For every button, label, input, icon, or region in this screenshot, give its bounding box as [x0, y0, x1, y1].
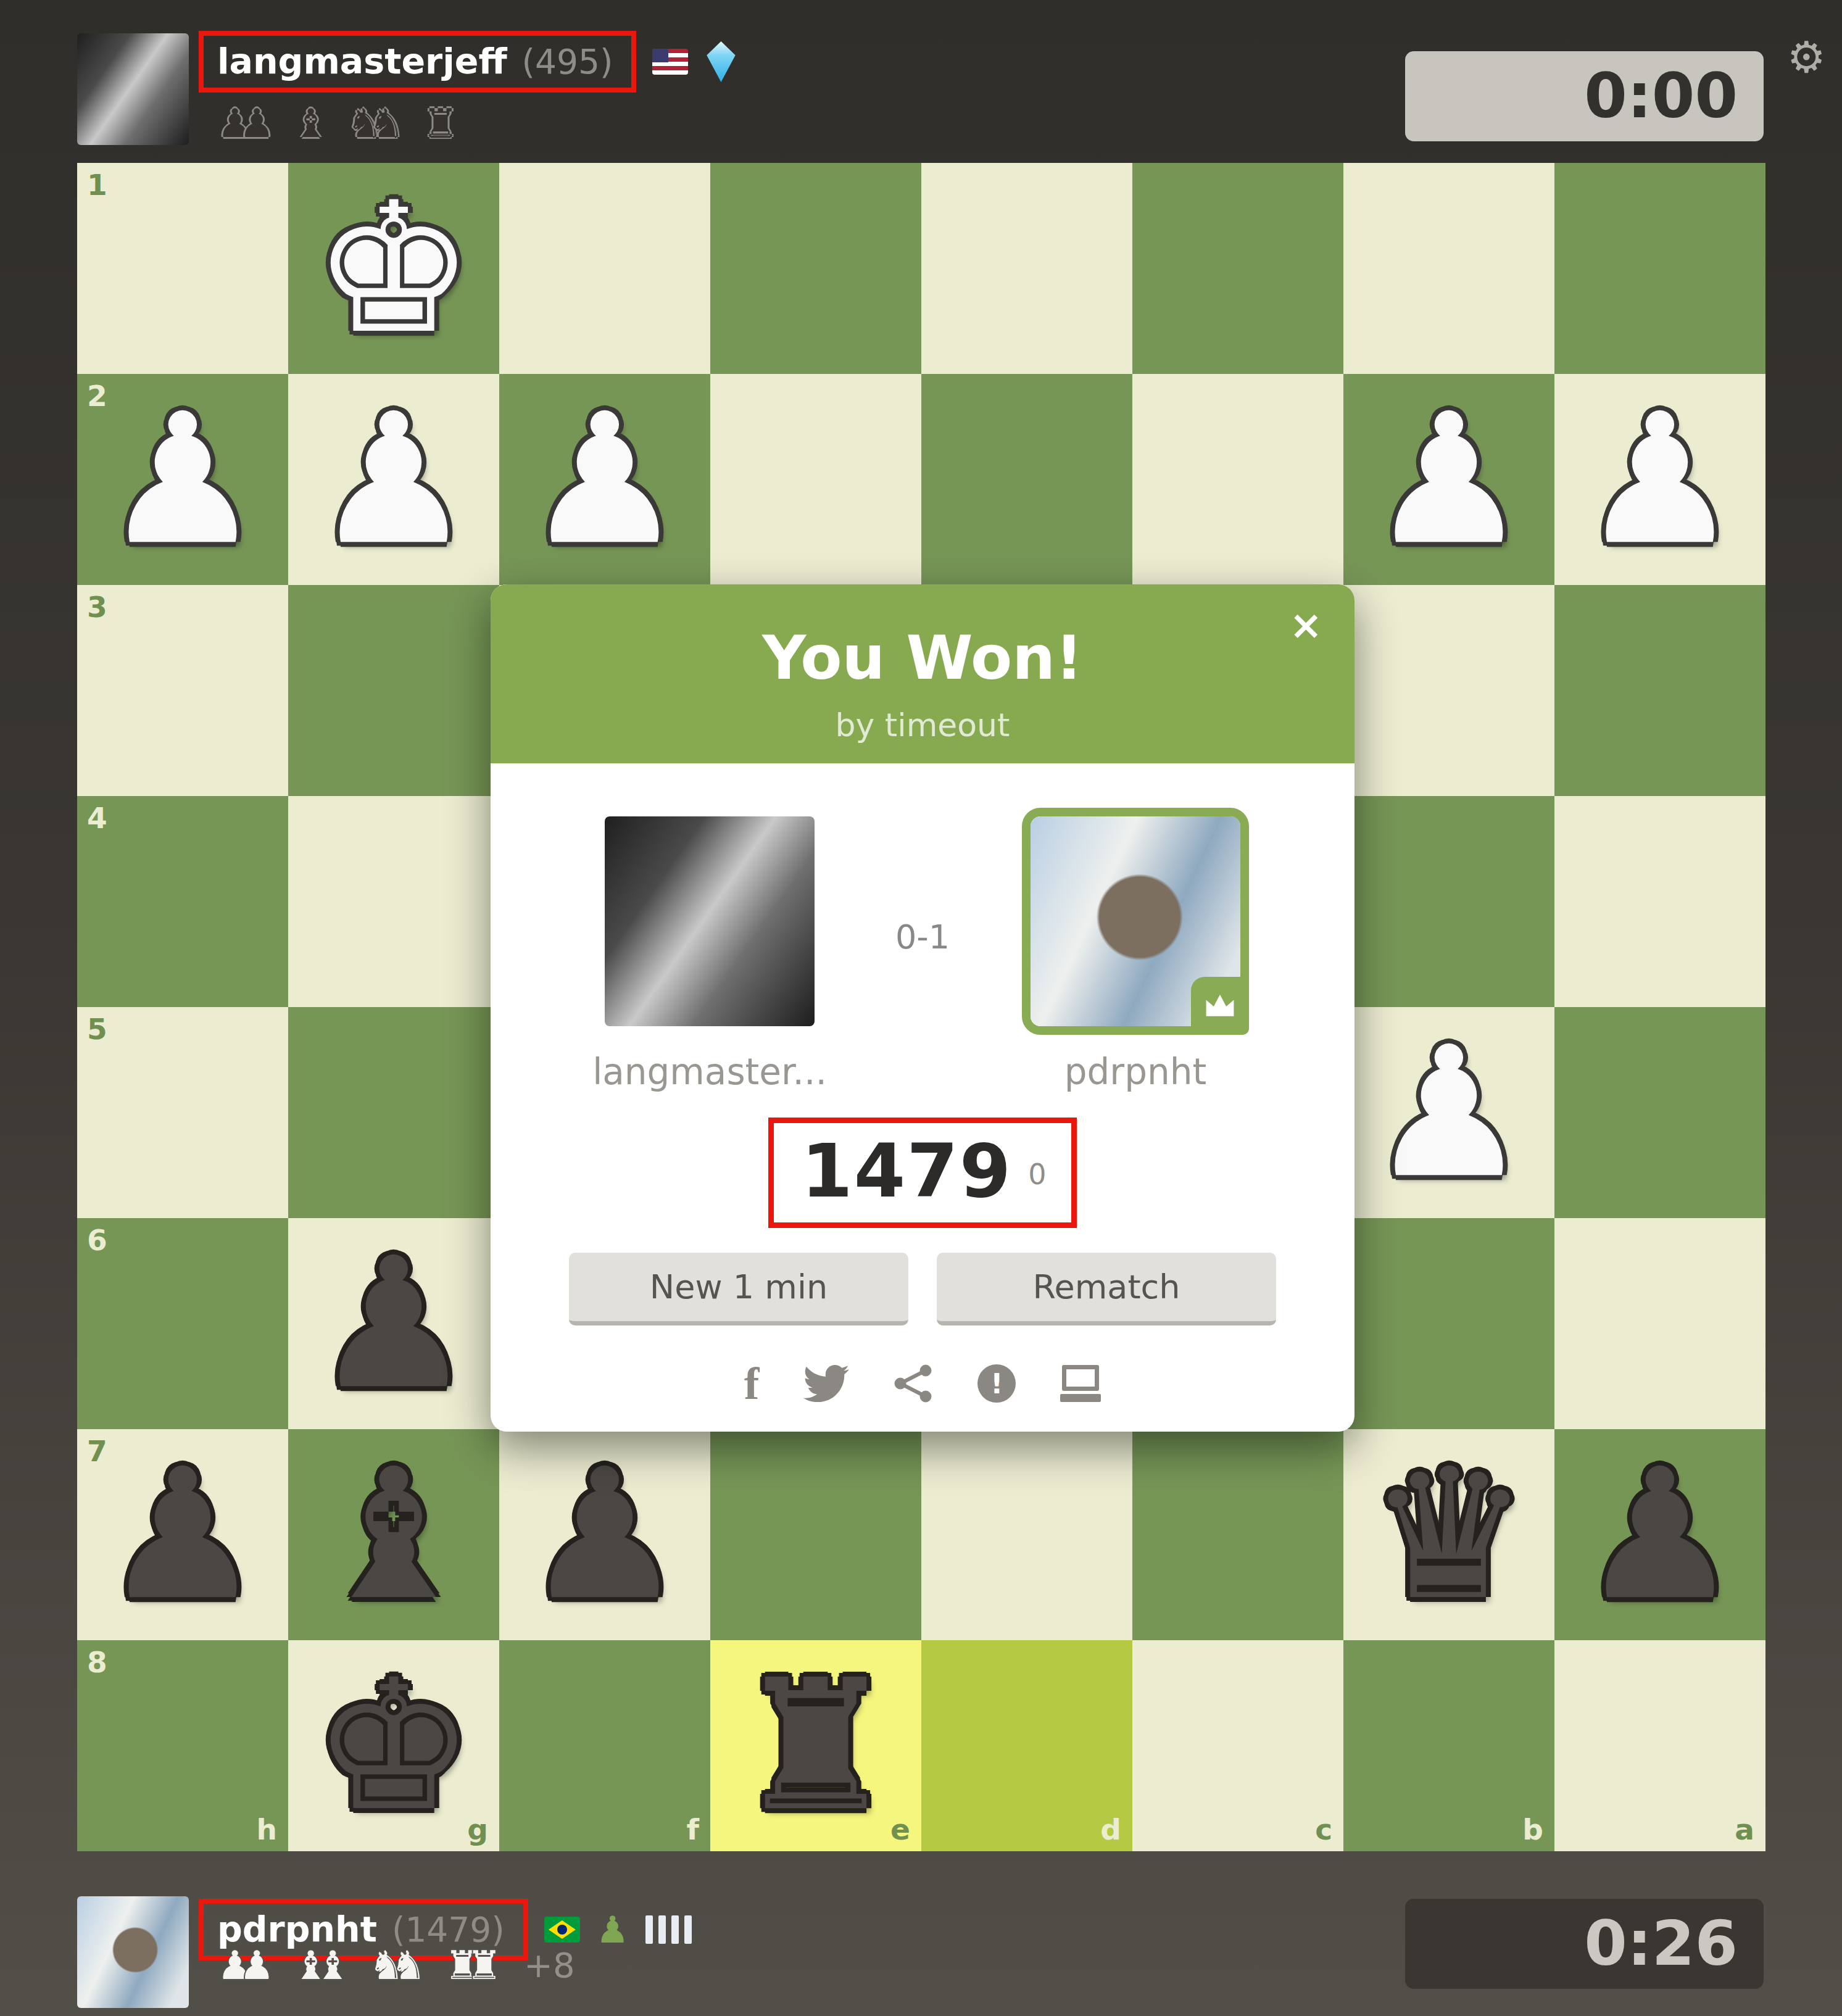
new-1-min-button[interactable]: New 1 min	[569, 1253, 908, 1325]
share-icon[interactable]	[894, 1364, 933, 1403]
match-row: langmaster... 0-1 pdrpnht	[491, 808, 1355, 1093]
dialog-avatar-langmasterjeff[interactable]	[605, 816, 815, 1026]
captured-group: ♝	[293, 104, 328, 143]
captured-group: ♞♞	[347, 104, 404, 143]
captured-piece-icon: ♜	[467, 1946, 502, 1985]
square-b3[interactable]	[1343, 585, 1554, 796]
material-advantage: +8	[524, 1945, 575, 1985]
top-player-clock: 0:00	[1405, 51, 1764, 141]
rank-label-3: 3	[87, 592, 107, 621]
top-player-avatar[interactable]	[77, 33, 189, 145]
rank-label-6: 6	[87, 1226, 107, 1255]
square-a3[interactable]	[1554, 585, 1765, 796]
square-b4[interactable]	[1343, 796, 1554, 1007]
square-g5[interactable]	[288, 1007, 499, 1218]
square-g1[interactable]: ♚	[288, 163, 499, 374]
square-g3[interactable]	[288, 585, 499, 796]
dialog-right-player-name[interactable]: pdrpnht	[1064, 1051, 1207, 1093]
connection-bars-icon	[645, 1915, 692, 1944]
white-king-g1[interactable]: ♚	[288, 163, 499, 374]
captured-piece-icon: ♟	[239, 1946, 274, 1985]
rank-label-8: 8	[87, 1648, 107, 1677]
white-pawn-g2[interactable]: ♟	[288, 374, 499, 585]
square-f8[interactable]: f	[499, 1640, 710, 1851]
captured-piece-icon: ♞	[369, 104, 404, 143]
square-e7[interactable]	[710, 1429, 921, 1640]
file-label-c: c	[1315, 1815, 1332, 1844]
square-a5[interactable]	[1554, 1007, 1765, 1218]
bottom-player-captured-pieces: ♟♟♝♝♞♞♜♜+8	[217, 1945, 575, 1985]
game-over-dialog: You Won! by timeout × langmaster... 0-1 …	[491, 584, 1355, 1432]
square-b1[interactable]	[1343, 163, 1554, 374]
square-b8[interactable]: b	[1343, 1640, 1554, 1851]
green-pawn-membership-icon: ♟	[596, 1911, 629, 1948]
white-pawn-b2[interactable]: ♟	[1343, 374, 1554, 585]
dialog-left-player-name[interactable]: langmaster...	[592, 1051, 827, 1093]
rank-label-1: 1	[87, 170, 107, 199]
square-h4[interactable]: 4	[77, 796, 288, 1007]
dialog-buttons: New 1 min Rematch	[491, 1253, 1355, 1325]
file-label-f: f	[687, 1815, 699, 1844]
square-c8[interactable]: c	[1132, 1640, 1343, 1851]
square-d1[interactable]	[921, 163, 1132, 374]
square-e1[interactable]	[710, 163, 921, 374]
captured-piece-icon: ♝	[293, 104, 328, 143]
captured-group: ♜	[423, 104, 458, 143]
white-pawn-a2[interactable]: ♟	[1554, 374, 1765, 585]
new-rating-value: 1479	[801, 1128, 1012, 1214]
square-a4[interactable]	[1554, 796, 1765, 1007]
social-row: f !	[491, 1364, 1355, 1403]
twitter-icon[interactable]	[803, 1365, 849, 1402]
square-g4[interactable]	[288, 796, 499, 1007]
file-label-h: h	[257, 1815, 277, 1844]
square-g7[interactable]: ♝	[288, 1429, 499, 1640]
square-b6[interactable]	[1343, 1218, 1554, 1429]
square-c7[interactable]	[1132, 1429, 1343, 1640]
brazil-flag-icon	[544, 1917, 580, 1943]
annotation-box-rating: 1479 0	[768, 1118, 1076, 1228]
square-h3[interactable]: 3	[77, 585, 288, 796]
captured-piece-icon: ♝	[315, 1946, 350, 1985]
black-pawn-g6[interactable]: ♟	[288, 1218, 499, 1429]
square-g6[interactable]: ♟	[288, 1218, 499, 1429]
square-e2[interactable]	[710, 374, 921, 585]
rating-delta: 0	[1028, 1158, 1046, 1191]
annotation-box-top-player: langmasterjeff (495)	[199, 31, 636, 93]
square-h7[interactable]: 7♟	[77, 1429, 288, 1640]
square-f2[interactable]: ♟	[499, 374, 710, 585]
square-h5[interactable]: 5	[77, 1007, 288, 1218]
gear-icon[interactable]: ⚙	[1787, 36, 1826, 79]
dialog-avatar-winner-frame	[1022, 808, 1249, 1035]
match-score: 0-1	[855, 918, 990, 956]
top-player-name-row: langmasterjeff (495)	[199, 31, 737, 93]
square-b5[interactable]: ♟	[1343, 1007, 1554, 1218]
bottom-player-clock: 0:26	[1405, 1899, 1764, 1989]
rating-row: 1479 0	[491, 1118, 1355, 1228]
winner-crown-badge	[1191, 977, 1249, 1035]
file-label-a: a	[1735, 1815, 1754, 1844]
square-f1[interactable]	[499, 163, 710, 374]
square-g2[interactable]: ♟	[288, 374, 499, 585]
white-pawn-b5[interactable]: ♟	[1343, 1007, 1554, 1218]
top-player-captured-pieces: ♟♟♝♞♞♜	[217, 104, 458, 143]
rank-label-5: 5	[87, 1014, 107, 1043]
square-h6[interactable]: 6	[77, 1218, 288, 1429]
square-d2[interactable]	[921, 374, 1132, 585]
dialog-subtitle: by timeout	[491, 707, 1355, 744]
crown-icon	[1203, 991, 1237, 1021]
square-h8[interactable]: 8h	[77, 1640, 288, 1851]
captured-group: ♝♝	[293, 1946, 351, 1985]
file-label-b: b	[1522, 1815, 1543, 1844]
captured-group: ♟♟	[217, 104, 275, 143]
captured-group: ♞♞	[369, 1946, 426, 1985]
black-queen-b7[interactable]: ♛	[1343, 1429, 1554, 1640]
dialog-header: You Won! by timeout ×	[491, 584, 1355, 763]
rematch-button[interactable]: Rematch	[937, 1253, 1276, 1325]
captured-piece-icon: ♞	[391, 1946, 426, 1985]
square-g8[interactable]: g♚	[288, 1640, 499, 1851]
square-d7[interactable]	[921, 1429, 1132, 1640]
computer-icon[interactable]	[1060, 1365, 1101, 1402]
captured-piece-icon: ♟	[239, 104, 274, 143]
square-a6[interactable]	[1554, 1218, 1765, 1429]
top-player-name[interactable]: langmasterjeff	[217, 41, 507, 81]
square-b7[interactable]: ♛	[1343, 1429, 1554, 1640]
black-bishop-g7[interactable]: ♝	[288, 1429, 499, 1640]
captured-piece-icon: ♜	[423, 104, 458, 143]
captured-group: ♟♟	[217, 1946, 275, 1985]
square-e8[interactable]: e♜	[710, 1640, 921, 1851]
square-b2[interactable]: ♟	[1343, 374, 1554, 585]
black-pawn-a7[interactable]: ♟	[1554, 1429, 1765, 1640]
facebook-icon[interactable]: f	[744, 1364, 760, 1403]
square-a7[interactable]: ♟	[1554, 1429, 1765, 1640]
top-player-rating: (495)	[522, 42, 613, 81]
rank-label-4: 4	[87, 803, 107, 832]
square-h1[interactable]: 1	[77, 163, 288, 374]
square-f7[interactable]: ♟	[499, 1429, 710, 1640]
report-icon[interactable]: !	[977, 1364, 1016, 1403]
white-pawn-f2[interactable]: ♟	[499, 374, 710, 585]
dialog-title: You Won!	[491, 584, 1355, 693]
square-c2[interactable]	[1132, 374, 1343, 585]
square-d8[interactable]: d	[921, 1640, 1132, 1851]
square-a8[interactable]: a	[1554, 1640, 1765, 1851]
file-label-d: d	[1100, 1815, 1121, 1844]
square-c1[interactable]	[1132, 163, 1343, 374]
square-a2[interactable]: ♟	[1554, 374, 1765, 585]
square-h2[interactable]: 2♟	[77, 374, 288, 585]
us-flag-icon	[652, 49, 688, 75]
black-pawn-f7[interactable]: ♟	[499, 1429, 710, 1640]
diamond-membership-icon	[704, 41, 737, 82]
close-icon[interactable]: ×	[1289, 605, 1322, 645]
black-king-g8[interactable]: ♚	[288, 1640, 499, 1851]
white-pawn-h2[interactable]: ♟	[77, 374, 288, 585]
black-pawn-h7[interactable]: ♟	[77, 1429, 288, 1640]
captured-group: ♜♜	[444, 1946, 502, 1985]
square-a1[interactable]	[1554, 163, 1765, 374]
bottom-player-avatar[interactable]	[77, 1896, 189, 2008]
black-rook-e8[interactable]: ♜	[710, 1640, 921, 1851]
